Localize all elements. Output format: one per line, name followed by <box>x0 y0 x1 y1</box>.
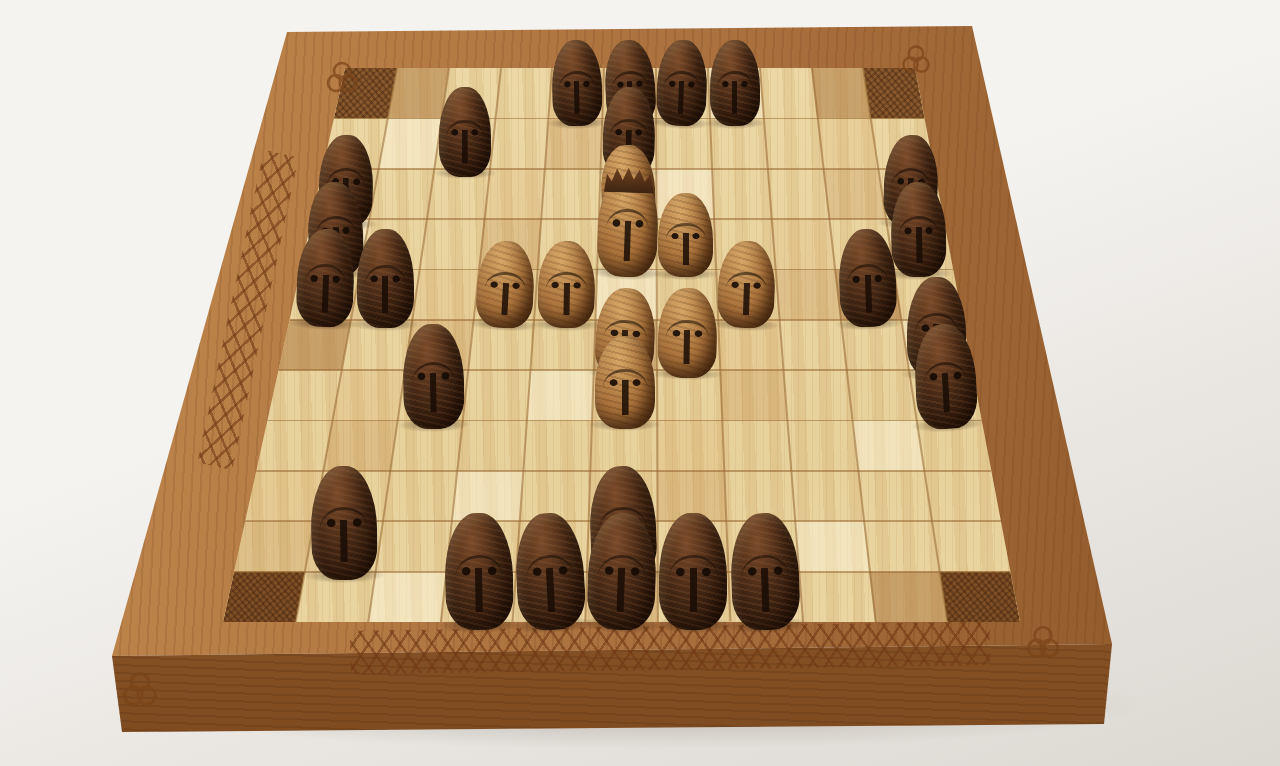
piece-defender-e7[interactable] <box>537 240 596 328</box>
attacker-face-carving <box>525 554 577 613</box>
piece-attacker-f1[interactable] <box>586 512 658 631</box>
tafl-photo-stage <box>0 0 1280 766</box>
piece-attacker-g1[interactable] <box>659 513 727 630</box>
piece-attacker-b7[interactable] <box>357 229 414 327</box>
defender-face-carving <box>666 320 709 365</box>
piece-attacker-e11[interactable] <box>551 40 603 127</box>
piece-attacker-e1[interactable] <box>513 511 587 631</box>
piece-attacker-g11[interactable] <box>656 39 709 127</box>
defender-face-carving <box>545 272 587 316</box>
attacker-face-carving <box>559 71 596 114</box>
triquetra-knot-icon <box>1022 622 1064 664</box>
piece-king-f8[interactable] <box>596 169 659 278</box>
piece-attacker-k5[interactable] <box>912 322 978 430</box>
attacker-face-carving <box>899 216 940 264</box>
attacker-face-carving <box>669 555 718 612</box>
attacker-face-carving <box>446 120 483 164</box>
triquetra-knot-icon <box>118 668 162 712</box>
attacker-face-carving <box>596 554 647 612</box>
triquetra-knot-icon <box>898 42 934 78</box>
piece-attacker-d1[interactable] <box>444 513 514 631</box>
attacker-face-carving <box>365 265 406 313</box>
piece-attacker-b2[interactable] <box>310 465 378 580</box>
attacker-face-carving <box>411 361 456 413</box>
attacker-face-carving <box>740 554 791 612</box>
attacker-face-carving <box>846 264 889 314</box>
piece-defender-d7[interactable] <box>475 239 537 329</box>
attacker-face-carving <box>454 555 504 613</box>
defender-face-carving <box>725 271 768 315</box>
attacker-face-carving <box>663 71 701 115</box>
tafl-board <box>0 0 1280 766</box>
defender-face-carving <box>603 369 647 415</box>
piece-attacker-c10[interactable] <box>439 87 491 176</box>
piece-attacker-a7[interactable] <box>295 228 356 328</box>
attacker-face-carving <box>320 506 369 562</box>
piece-attacker-k8[interactable] <box>891 182 948 278</box>
piece-attacker-j7[interactable] <box>837 228 898 328</box>
attacker-face-carving <box>303 264 346 314</box>
piece-defender-f5[interactable] <box>595 336 656 428</box>
king-face-carving <box>605 208 650 262</box>
piece-attacker-h11[interactable] <box>710 40 760 126</box>
triquetra-knot-icon <box>322 58 362 98</box>
piece-attacker-h1[interactable] <box>729 512 801 631</box>
piece-defender-g8[interactable] <box>658 193 713 277</box>
attacker-face-carving <box>922 360 968 413</box>
defender-face-carving <box>666 223 706 265</box>
piece-defender-h7[interactable] <box>717 240 777 329</box>
piece-defender-g6[interactable] <box>658 288 719 379</box>
piece-attacker-c5[interactable] <box>402 323 465 429</box>
attacker-face-carving <box>717 71 753 114</box>
defender-face-carving <box>484 271 527 316</box>
